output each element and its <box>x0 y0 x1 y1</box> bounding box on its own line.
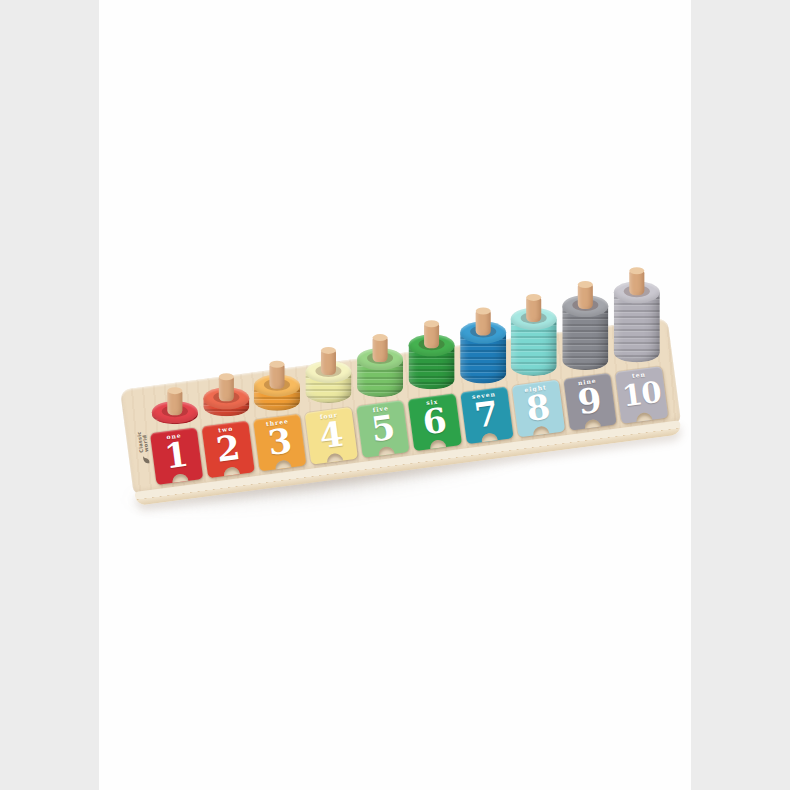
ring-stack-1[interactable] <box>152 412 198 424</box>
number-numeral: 9 <box>564 382 615 421</box>
rings-cylinder-9 <box>563 306 609 370</box>
rings-cylinder-1 <box>152 412 198 424</box>
number-card-10[interactable]: ten10 <box>615 366 668 424</box>
number-numeral: 5 <box>358 409 409 448</box>
wooden-peg-2[interactable] <box>219 376 234 401</box>
peg-slot-3 <box>252 406 303 413</box>
peg-slot-10 <box>611 359 662 366</box>
ring-stack-4[interactable] <box>306 372 352 403</box>
number-numeral: 10 <box>616 375 667 414</box>
number-card-6[interactable]: six6 <box>408 393 461 451</box>
number-numeral: 8 <box>513 389 564 428</box>
wooden-peg-8[interactable] <box>527 297 542 322</box>
number-numeral: 2 <box>203 429 254 468</box>
rings-cylinder-8 <box>511 319 557 376</box>
wooden-peg-1[interactable] <box>167 390 182 415</box>
number-numeral: 3 <box>254 423 305 462</box>
counting-stacker-toy: Classic world one1two2three3four4five5si… <box>120 318 681 495</box>
brand-logo-text: Classic world <box>136 430 149 453</box>
finger-notch <box>636 412 654 424</box>
ring-stack-8[interactable] <box>511 319 557 376</box>
peg-slot-1 <box>149 420 200 427</box>
photo-background: Classic world one1two2three3four4five5si… <box>99 0 691 790</box>
rings-cylinder-10 <box>614 292 660 362</box>
rings-cylinder-4 <box>306 372 352 403</box>
peg-slot-8 <box>508 372 559 379</box>
peg-slot-2 <box>200 413 251 420</box>
ring-stack-9[interactable] <box>563 306 609 370</box>
number-numeral: 6 <box>409 402 460 441</box>
number-card-3[interactable]: three3 <box>253 414 306 472</box>
rings-cylinder-3 <box>254 385 300 410</box>
wooden-peg-3[interactable] <box>270 363 285 388</box>
peg-slot-5 <box>354 393 405 400</box>
ring-stack-2[interactable] <box>203 398 249 416</box>
number-card-7[interactable]: seven7 <box>460 387 513 445</box>
number-card-5[interactable]: five5 <box>357 400 410 458</box>
wooden-peg-7[interactable] <box>475 310 490 335</box>
number-card-9[interactable]: nine9 <box>563 373 616 431</box>
peg-slot-9 <box>560 366 611 373</box>
wooden-board: Classic world one1two2three3four4five5si… <box>120 318 681 495</box>
wooden-peg-4[interactable] <box>321 350 336 375</box>
ring-stack-3[interactable] <box>254 385 300 410</box>
wooden-peg-10[interactable] <box>629 270 644 295</box>
number-numeral: 7 <box>461 395 512 434</box>
number-card-8[interactable]: eight8 <box>511 380 564 438</box>
ring-stack-6[interactable] <box>408 345 454 389</box>
wooden-peg-5[interactable] <box>373 337 388 362</box>
wooden-peg-6[interactable] <box>424 323 439 348</box>
number-card-1[interactable]: one1 <box>150 427 203 485</box>
number-numeral: 4 <box>306 416 357 455</box>
ring-stack-5[interactable] <box>357 359 403 397</box>
ring-stack-7[interactable] <box>460 332 506 383</box>
peg-slot-6 <box>406 386 457 393</box>
peg-slot-4 <box>303 399 354 406</box>
rings-cylinder-7 <box>460 332 506 383</box>
rings-cylinder-2 <box>203 398 249 416</box>
peg-slot-7 <box>457 379 508 386</box>
rings-cylinder-5 <box>357 359 403 397</box>
rings-cylinder-6 <box>408 345 454 389</box>
number-card-2[interactable]: two2 <box>202 421 255 479</box>
number-card-4[interactable]: four4 <box>305 407 358 465</box>
number-numeral: 1 <box>151 436 202 475</box>
ring-stack-10[interactable] <box>614 292 660 362</box>
wooden-peg-9[interactable] <box>578 284 593 309</box>
